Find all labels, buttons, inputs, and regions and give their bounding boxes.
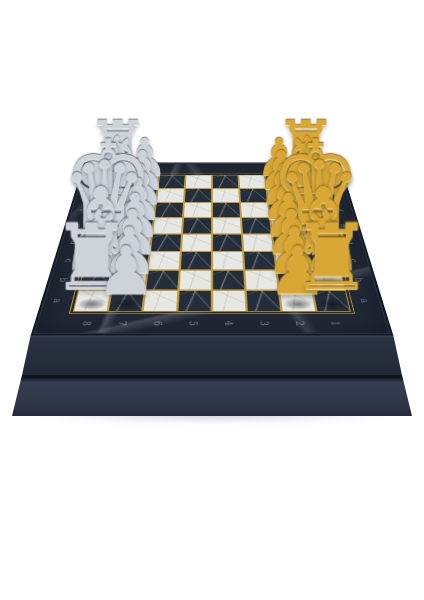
black-pawn-a7: ♟ <box>108 290 145 312</box>
white-rook-a1: ♜ <box>312 290 351 312</box>
rank-label: 5 <box>179 312 208 336</box>
rank-label: 3 <box>250 312 281 336</box>
rank-label: 7 <box>107 312 139 336</box>
rank-label: 1 <box>320 312 354 336</box>
rank-label: 2 <box>285 312 317 336</box>
rank-label: 8 <box>71 312 105 336</box>
black-pawn: ♟ <box>58 237 195 303</box>
scene: 87654321 hgfedcba hgfedcba ♜♞♝♛♚♝♞♜♟♟♟♟♟… <box>62 84 362 384</box>
white-rook: ♜ <box>263 212 400 303</box>
rank-label: 6 <box>143 312 174 336</box>
rank-labels-front: 87654321 <box>68 314 357 333</box>
product-photo: 87654321 hgfedcba hgfedcba ♜♞♝♛♚♝♞♜♟♟♟♟♟… <box>0 0 424 600</box>
board-plane: 87654321 hgfedcba hgfedcba ♜♞♝♛♚♝♞♜♟♟♟♟♟… <box>31 162 394 335</box>
pieces-layer: ♜♞♝♛♚♝♞♜♟♟♟♟♟♟♟♟♟♟♟♟♟♟♟♟♜♞♝♛♚♝♞♜ <box>73 175 351 312</box>
rank-label: 4 <box>215 312 244 336</box>
